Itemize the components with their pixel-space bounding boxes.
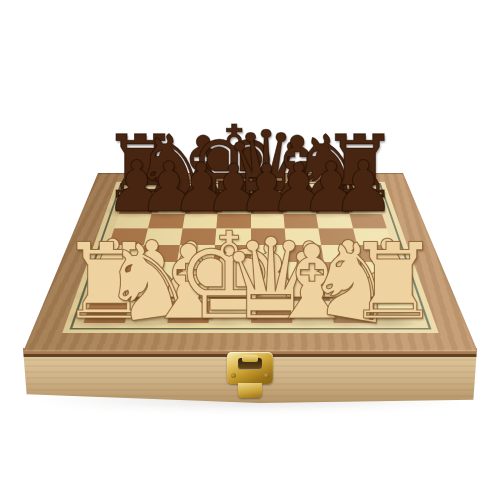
square-e4 <box>250 245 287 262</box>
square-d7 <box>217 200 250 214</box>
square-b3 <box>135 262 176 281</box>
square-c8 <box>187 187 220 200</box>
square-h4 <box>356 245 397 262</box>
square-b2 <box>130 280 173 300</box>
square-c3 <box>173 262 213 281</box>
square-f8 <box>281 187 314 200</box>
board-pinstripe-mat <box>69 183 431 329</box>
square-b5 <box>144 229 182 245</box>
square-h5 <box>352 229 391 245</box>
square-d3 <box>212 262 250 281</box>
board-maple-margin <box>62 182 438 333</box>
square-e2 <box>250 280 290 300</box>
board-grid <box>83 187 417 323</box>
square-g4 <box>321 245 361 262</box>
square-g7 <box>313 200 348 214</box>
square-h8 <box>342 187 377 200</box>
square-g3 <box>324 262 365 281</box>
square-b6 <box>148 214 184 229</box>
square-e5 <box>250 229 285 245</box>
square-g6 <box>316 214 352 229</box>
square-a5 <box>109 229 148 245</box>
square-c7 <box>184 200 218 214</box>
clasp-screw-left <box>231 373 236 378</box>
square-c1 <box>167 301 211 323</box>
square-b4 <box>140 245 180 262</box>
square-c2 <box>170 280 212 300</box>
square-d2 <box>210 280 250 300</box>
square-h1 <box>370 301 417 323</box>
square-e7 <box>250 200 283 214</box>
square-d6 <box>216 214 250 229</box>
square-a7 <box>119 200 155 214</box>
square-e3 <box>250 262 288 281</box>
square-a1 <box>83 301 130 323</box>
square-g5 <box>318 229 356 245</box>
square-f7 <box>282 200 316 214</box>
square-c6 <box>182 214 217 229</box>
square-b1 <box>125 301 170 323</box>
square-d4 <box>213 245 250 262</box>
square-g1 <box>330 301 375 323</box>
square-a4 <box>103 245 144 262</box>
photo-canvas: ♜♞♝♚♛♝♞♜♟♟♟♟♟♟♟♟♟♟♟♟♟♟♟♟♜♞♝♚♛♝♞♜ <box>0 0 500 500</box>
square-h2 <box>365 280 410 300</box>
square-h3 <box>360 262 403 281</box>
square-f6 <box>283 214 318 229</box>
square-d1 <box>208 301 250 323</box>
square-g8 <box>311 187 345 200</box>
square-b8 <box>155 187 189 200</box>
square-h7 <box>345 200 381 214</box>
clasp-tongue <box>238 383 262 398</box>
square-c5 <box>179 229 216 245</box>
clasp <box>227 352 273 398</box>
square-a3 <box>97 262 140 281</box>
square-d5 <box>215 229 250 245</box>
square-d8 <box>218 187 250 200</box>
square-c4 <box>176 245 214 262</box>
square-f2 <box>288 280 330 300</box>
clasp-screw-right <box>264 373 269 378</box>
square-a6 <box>114 214 152 229</box>
square-e8 <box>250 187 282 200</box>
square-f1 <box>290 301 334 323</box>
chess-box-top <box>23 173 477 351</box>
square-f3 <box>287 262 327 281</box>
square-f4 <box>285 245 323 262</box>
square-b7 <box>151 200 186 214</box>
square-e1 <box>250 301 292 323</box>
square-f5 <box>284 229 321 245</box>
clasp-hook <box>242 355 258 362</box>
square-g2 <box>327 280 370 300</box>
square-e6 <box>250 214 284 229</box>
square-h6 <box>349 214 387 229</box>
square-a2 <box>90 280 135 300</box>
square-a8 <box>123 187 158 200</box>
